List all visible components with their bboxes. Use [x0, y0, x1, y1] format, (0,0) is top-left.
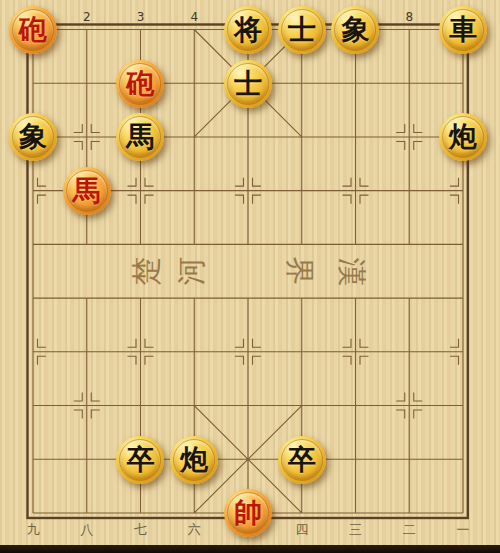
piece-black-chariot[interactable]: 車 [439, 6, 487, 54]
piece-red-cannon[interactable]: 砲 [116, 60, 164, 108]
piece-black-advisor[interactable]: 士 [278, 6, 326, 54]
piece-black-horse[interactable]: 馬 [116, 113, 164, 161]
piece-black-cannon[interactable]: 炮 [439, 113, 487, 161]
piece-red-cannon[interactable]: 砲 [9, 6, 57, 54]
piece-black-soldier[interactable]: 卒 [116, 436, 164, 484]
xiangqi-board: 123456789 九八七六五四三二一 楚 河 界 漢 砲将士象車砲士象馬炮馬卒… [0, 0, 500, 553]
bottom-bar [0, 545, 500, 553]
piece-black-soldier[interactable]: 卒 [278, 436, 326, 484]
piece-layer: 砲将士象車砲士象馬炮馬卒炮卒帥 [6, 3, 490, 540]
piece-black-general[interactable]: 将 [224, 6, 272, 54]
piece-black-elephant[interactable]: 象 [331, 6, 379, 54]
piece-black-advisor[interactable]: 士 [224, 60, 272, 108]
piece-red-horse[interactable]: 馬 [63, 167, 111, 215]
piece-black-cannon[interactable]: 炮 [170, 436, 218, 484]
piece-red-general[interactable]: 帥 [224, 489, 272, 537]
piece-black-elephant[interactable]: 象 [9, 113, 57, 161]
